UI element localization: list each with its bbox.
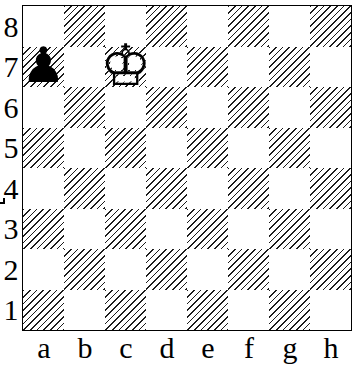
square-e7[interactable] bbox=[187, 47, 228, 88]
square-h5[interactable] bbox=[310, 128, 351, 169]
square-f2[interactable] bbox=[228, 249, 269, 290]
piece-white-king-c7[interactable]: ♔ bbox=[105, 47, 146, 88]
square-f4[interactable] bbox=[228, 168, 269, 209]
square-a5[interactable] bbox=[23, 128, 64, 169]
square-e1[interactable] bbox=[187, 290, 228, 331]
rank-label-8: 8 bbox=[0, 7, 22, 48]
chess-diagram: ♟♚♔ 87654321abcdefgh bbox=[0, 0, 355, 365]
square-b7[interactable] bbox=[64, 47, 105, 88]
square-b4[interactable] bbox=[64, 168, 105, 209]
square-e4[interactable] bbox=[187, 168, 228, 209]
square-c7[interactable]: ♚♔ bbox=[105, 47, 146, 88]
square-g6[interactable] bbox=[269, 87, 310, 128]
square-a4[interactable] bbox=[23, 168, 64, 209]
square-a6[interactable] bbox=[23, 87, 64, 128]
square-b1[interactable] bbox=[64, 290, 105, 331]
square-g3[interactable] bbox=[269, 209, 310, 250]
square-e2[interactable] bbox=[187, 249, 228, 290]
file-label-e: e bbox=[188, 333, 229, 363]
square-d7[interactable] bbox=[146, 47, 187, 88]
square-f1[interactable] bbox=[228, 290, 269, 331]
square-h3[interactable] bbox=[310, 209, 351, 250]
square-e8[interactable] bbox=[187, 6, 228, 47]
square-c5[interactable] bbox=[105, 128, 146, 169]
square-a7[interactable]: ♟ bbox=[23, 47, 64, 88]
square-c6[interactable] bbox=[105, 87, 146, 128]
square-h4[interactable] bbox=[310, 168, 351, 209]
square-f5[interactable] bbox=[228, 128, 269, 169]
square-b2[interactable] bbox=[64, 249, 105, 290]
square-b6[interactable] bbox=[64, 87, 105, 128]
rank-label-2: 2 bbox=[0, 250, 22, 291]
square-f3[interactable] bbox=[228, 209, 269, 250]
square-b3[interactable] bbox=[64, 209, 105, 250]
rank-label-3: 3 bbox=[0, 209, 22, 250]
square-h2[interactable] bbox=[310, 249, 351, 290]
square-g2[interactable] bbox=[269, 249, 310, 290]
square-e3[interactable] bbox=[187, 209, 228, 250]
square-g4[interactable] bbox=[269, 168, 310, 209]
square-d8[interactable] bbox=[146, 6, 187, 47]
file-label-g: g bbox=[270, 333, 311, 363]
square-c3[interactable] bbox=[105, 209, 146, 250]
rank-label-6: 6 bbox=[0, 88, 22, 129]
rank-label-5: 5 bbox=[0, 128, 22, 169]
file-label-a: a bbox=[24, 333, 65, 363]
chess-board: ♟♚♔ bbox=[22, 5, 352, 331]
square-h1[interactable] bbox=[310, 290, 351, 331]
file-label-c: c bbox=[106, 333, 147, 363]
square-g7[interactable] bbox=[269, 47, 310, 88]
square-g5[interactable] bbox=[269, 128, 310, 169]
rank-label-1: 1 bbox=[0, 290, 22, 331]
square-a3[interactable] bbox=[23, 209, 64, 250]
square-f6[interactable] bbox=[228, 87, 269, 128]
square-a1[interactable] bbox=[23, 290, 64, 331]
square-a2[interactable] bbox=[23, 249, 64, 290]
square-h8[interactable] bbox=[310, 6, 351, 47]
square-c1[interactable] bbox=[105, 290, 146, 331]
file-label-d: d bbox=[147, 333, 188, 363]
square-d1[interactable] bbox=[146, 290, 187, 331]
square-f7[interactable] bbox=[228, 47, 269, 88]
square-b8[interactable] bbox=[64, 6, 105, 47]
square-g1[interactable] bbox=[269, 290, 310, 331]
square-f8[interactable] bbox=[228, 6, 269, 47]
square-h6[interactable] bbox=[310, 87, 351, 128]
rank-label-7: 7 bbox=[0, 47, 22, 88]
rank-label-4: 4 bbox=[0, 169, 22, 210]
square-c4[interactable] bbox=[105, 168, 146, 209]
square-c2[interactable] bbox=[105, 249, 146, 290]
file-label-f: f bbox=[229, 333, 270, 363]
square-d5[interactable] bbox=[146, 128, 187, 169]
square-d4[interactable] bbox=[146, 168, 187, 209]
square-h7[interactable] bbox=[310, 47, 351, 88]
square-g8[interactable] bbox=[269, 6, 310, 47]
file-label-h: h bbox=[311, 333, 352, 363]
square-d6[interactable] bbox=[146, 87, 187, 128]
square-b5[interactable] bbox=[64, 128, 105, 169]
square-d3[interactable] bbox=[146, 209, 187, 250]
square-e5[interactable] bbox=[187, 128, 228, 169]
square-d2[interactable] bbox=[146, 249, 187, 290]
file-label-b: b bbox=[65, 333, 106, 363]
square-e6[interactable] bbox=[187, 87, 228, 128]
piece-black-pawn-a7[interactable]: ♟ bbox=[23, 47, 64, 88]
